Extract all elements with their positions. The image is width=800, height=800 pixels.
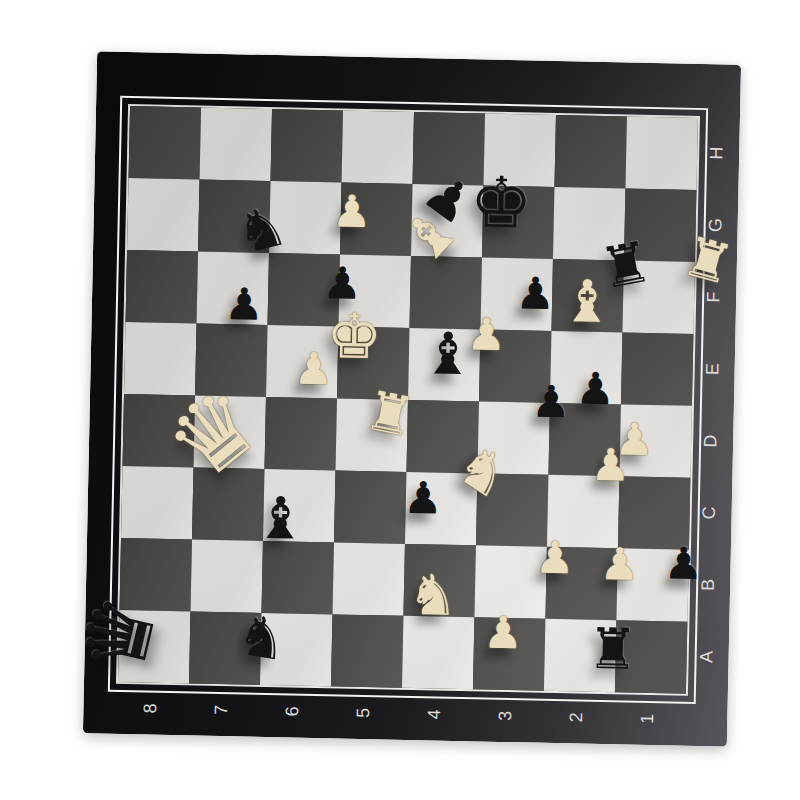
piece-black-bishop-c6[interactable]: ♝ bbox=[254, 489, 307, 548]
piece-white-pawn-c1[interactable]: ♟ bbox=[599, 542, 639, 587]
piece-white-knight-c3[interactable]: ♞ bbox=[447, 434, 520, 508]
rank-label-4: 4 bbox=[399, 692, 471, 735]
piece-black-pawn-c4[interactable]: ♟ bbox=[403, 476, 443, 521]
piece-black-bishop-e4[interactable]: ♝ bbox=[421, 324, 474, 383]
chess-mat: HGFEDCBA 87654321 ♟♟♟♟♟♟♟♟♜♜♞♞♝♝♛♚♞♞♟♟♟♟… bbox=[83, 51, 741, 746]
piece-white-queen-d7[interactable]: ♛ bbox=[151, 369, 278, 498]
file-label-h: H bbox=[694, 116, 739, 189]
piece-black-king-g3[interactable]: ♚ bbox=[469, 167, 533, 238]
rank-label-8: 8 bbox=[115, 686, 187, 729]
piece-black-pawn-b1[interactable]: ♟ bbox=[663, 541, 703, 586]
piece-black-pawn-f3[interactable]: ♟ bbox=[515, 271, 555, 316]
piece-black-rook-f1[interactable]: ♜ bbox=[596, 233, 656, 297]
rank-label-6: 6 bbox=[257, 689, 329, 732]
rank-label-2: 2 bbox=[541, 695, 613, 738]
piece-black-pawn-f5[interactable]: ♟ bbox=[322, 261, 362, 306]
piece-black-rook-a2[interactable]: ♜ bbox=[587, 621, 638, 678]
piece-white-pawn-a3[interactable]: ♟ bbox=[483, 611, 523, 656]
piece-white-pawn-b2[interactable]: ♟ bbox=[535, 536, 575, 581]
piece-black-queen-a8[interactable]: ♛ bbox=[68, 586, 172, 683]
piece-white-rook-d5[interactable]: ♜ bbox=[361, 383, 419, 445]
piece-white-pawn-c2[interactable]: ♟ bbox=[590, 443, 630, 488]
rank-label-7: 7 bbox=[186, 687, 258, 730]
rank-label-1: 1 bbox=[612, 696, 684, 739]
piece-black-pawn-e2[interactable]: ♟ bbox=[575, 366, 615, 411]
piece-black-pawn-d2[interactable]: ♟ bbox=[531, 380, 571, 425]
piece-white-king-e5[interactable]: ♚ bbox=[326, 305, 383, 368]
file-label-e: E bbox=[690, 332, 735, 405]
file-label-a: A bbox=[684, 620, 729, 693]
file-label-d: D bbox=[688, 404, 733, 477]
rank-label-3: 3 bbox=[470, 693, 542, 736]
piece-black-knight-a6[interactable]: ♞ bbox=[233, 606, 292, 669]
piece-black-pawn-f7[interactable]: ♟ bbox=[224, 282, 264, 327]
piece-white-pawn-g5[interactable]: ♟ bbox=[332, 189, 372, 234]
pieces-layer: ♟♟♟♟♟♟♟♟♜♜♞♞♝♝♛♚♞♞♟♟♟♟♟♟♟♜♜♝♝♚♟♛ bbox=[116, 104, 696, 692]
piece-black-knight-g7[interactable]: ♞ bbox=[230, 197, 292, 263]
piece-white-knight-b4[interactable]: ♞ bbox=[407, 567, 458, 624]
rank-label-5: 5 bbox=[328, 690, 400, 733]
